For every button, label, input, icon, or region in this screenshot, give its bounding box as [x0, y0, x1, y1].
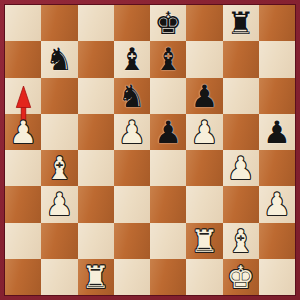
square-e4[interactable] [150, 150, 186, 186]
square-h3[interactable]: ♟ [259, 186, 295, 222]
square-c1[interactable]: ♜ [78, 259, 114, 295]
square-a8[interactable] [5, 5, 41, 41]
square-d7[interactable]: ♝ [114, 41, 150, 77]
square-c5[interactable] [78, 114, 114, 150]
square-g2[interactable]: ♝ [223, 223, 259, 259]
black-knight-b7[interactable]: ♞ [45, 41, 73, 77]
square-d6[interactable]: ♞ [114, 78, 150, 114]
square-c8[interactable] [78, 5, 114, 41]
square-g8[interactable]: ♜ [223, 5, 259, 41]
square-g7[interactable] [223, 41, 259, 77]
square-f5[interactable]: ♟ [186, 114, 222, 150]
black-pawn-h5[interactable]: ♟ [263, 114, 291, 150]
black-rook-g8[interactable]: ♜ [227, 5, 255, 41]
square-b4[interactable]: ♝ [41, 150, 77, 186]
chess-board: ♚♜♞♝♝♞♟♟♟♟♟♟♝♟♟♟♜♝♜♚ [5, 5, 295, 295]
chess-board-frame: ♚♜♞♝♝♞♟♟♟♟♟♟♝♟♟♟♜♝♜♚ [0, 0, 300, 300]
square-c6[interactable] [78, 78, 114, 114]
black-bishop-d7[interactable]: ♝ [118, 41, 146, 77]
white-pawn-b3[interactable]: ♟ [45, 186, 73, 222]
black-king-e8[interactable]: ♚ [154, 5, 182, 41]
white-rook-c1[interactable]: ♜ [82, 259, 110, 295]
square-b1[interactable] [41, 259, 77, 295]
square-d8[interactable] [114, 5, 150, 41]
square-g5[interactable] [223, 114, 259, 150]
square-e3[interactable] [150, 186, 186, 222]
square-f3[interactable] [186, 186, 222, 222]
square-h7[interactable] [259, 41, 295, 77]
square-a3[interactable] [5, 186, 41, 222]
white-bishop-b4[interactable]: ♝ [45, 150, 73, 186]
square-h8[interactable] [259, 5, 295, 41]
square-f6[interactable]: ♟ [186, 78, 222, 114]
square-a5[interactable]: ♟ [5, 114, 41, 150]
black-knight-d6[interactable]: ♞ [118, 78, 146, 114]
square-e1[interactable] [150, 259, 186, 295]
square-b3[interactable]: ♟ [41, 186, 77, 222]
white-rook-f2[interactable]: ♜ [190, 223, 218, 259]
square-h2[interactable] [259, 223, 295, 259]
square-b8[interactable] [41, 5, 77, 41]
square-b2[interactable] [41, 223, 77, 259]
square-d3[interactable] [114, 186, 150, 222]
square-e5[interactable]: ♟ [150, 114, 186, 150]
square-h5[interactable]: ♟ [259, 114, 295, 150]
square-a1[interactable] [5, 259, 41, 295]
square-e8[interactable]: ♚ [150, 5, 186, 41]
square-f8[interactable] [186, 5, 222, 41]
square-f2[interactable]: ♜ [186, 223, 222, 259]
white-pawn-f5[interactable]: ♟ [190, 114, 218, 150]
square-e2[interactable] [150, 223, 186, 259]
white-king-g1[interactable]: ♚ [227, 259, 255, 295]
black-bishop-e7[interactable]: ♝ [154, 41, 182, 77]
square-f7[interactable] [186, 41, 222, 77]
square-h6[interactable] [259, 78, 295, 114]
square-d4[interactable] [114, 150, 150, 186]
square-g4[interactable]: ♟ [223, 150, 259, 186]
square-h4[interactable] [259, 150, 295, 186]
square-c3[interactable] [78, 186, 114, 222]
black-pawn-f6[interactable]: ♟ [190, 78, 218, 114]
square-b5[interactable] [41, 114, 77, 150]
square-a2[interactable] [5, 223, 41, 259]
white-bishop-g2[interactable]: ♝ [227, 223, 255, 259]
square-g1[interactable]: ♚ [223, 259, 259, 295]
square-c7[interactable] [78, 41, 114, 77]
square-a7[interactable] [5, 41, 41, 77]
square-d5[interactable]: ♟ [114, 114, 150, 150]
square-g6[interactable] [223, 78, 259, 114]
square-b6[interactable] [41, 78, 77, 114]
square-h1[interactable] [259, 259, 295, 295]
white-pawn-g4[interactable]: ♟ [227, 150, 255, 186]
square-g3[interactable] [223, 186, 259, 222]
square-b7[interactable]: ♞ [41, 41, 77, 77]
square-a6[interactable] [5, 78, 41, 114]
square-f4[interactable] [186, 150, 222, 186]
white-pawn-a5[interactable]: ♟ [9, 114, 37, 150]
black-pawn-e5[interactable]: ♟ [154, 114, 182, 150]
square-f1[interactable] [186, 259, 222, 295]
square-c2[interactable] [78, 223, 114, 259]
square-d2[interactable] [114, 223, 150, 259]
white-pawn-h3[interactable]: ♟ [263, 186, 291, 222]
square-e6[interactable] [150, 78, 186, 114]
white-pawn-d5[interactable]: ♟ [118, 114, 146, 150]
square-c4[interactable] [78, 150, 114, 186]
square-d1[interactable] [114, 259, 150, 295]
square-a4[interactable] [5, 150, 41, 186]
square-e7[interactable]: ♝ [150, 41, 186, 77]
